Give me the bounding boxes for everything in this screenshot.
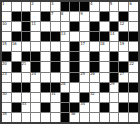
white-cell[interactable] [129, 42, 138, 51]
white-cell[interactable] [110, 103, 119, 112]
white-cell[interactable] [90, 113, 99, 122]
white-cell[interactable] [22, 73, 31, 82]
white-cell[interactable]: 27 [119, 73, 128, 82]
black-cell [90, 22, 99, 31]
clue-number: 17 [80, 42, 85, 46]
white-cell[interactable] [70, 32, 79, 41]
white-cell[interactable] [51, 42, 60, 51]
black-cell [61, 103, 70, 112]
black-cell [100, 83, 109, 92]
black-cell [22, 12, 31, 21]
white-cell[interactable]: 29 [110, 83, 119, 92]
white-cell[interactable] [61, 62, 70, 71]
white-cell[interactable]: 3 [51, 2, 60, 11]
clue-number: 28 [61, 82, 66, 86]
clue-number: 13 [61, 32, 66, 36]
black-cell [119, 103, 128, 112]
clue-number: 24 [31, 72, 36, 76]
white-cell[interactable]: 9 [80, 12, 89, 21]
white-cell[interactable]: 8 [61, 12, 70, 21]
clue-number: 15 [2, 42, 7, 46]
black-cell [41, 83, 50, 92]
white-cell[interactable]: 35 [2, 113, 11, 122]
black-cell [61, 2, 70, 11]
white-cell[interactable] [80, 113, 89, 122]
black-cell [12, 62, 21, 71]
white-cell[interactable] [110, 113, 119, 122]
clue-number: 16 [12, 42, 17, 46]
white-cell[interactable] [22, 42, 31, 51]
white-cell[interactable] [41, 62, 50, 71]
white-cell[interactable]: 32 [90, 93, 99, 102]
white-cell[interactable] [41, 113, 50, 122]
white-cell[interactable] [100, 2, 109, 11]
white-cell[interactable] [12, 73, 21, 82]
white-cell[interactable] [100, 22, 109, 31]
clue-number: 25 [80, 72, 85, 76]
black-cell [90, 32, 99, 41]
white-cell[interactable] [80, 22, 89, 31]
black-cell [61, 93, 70, 102]
white-cell[interactable] [51, 113, 60, 122]
clue-number: 8 [61, 12, 63, 16]
black-cell [110, 62, 119, 71]
black-cell [12, 12, 21, 21]
white-cell[interactable]: 36 [70, 113, 79, 122]
black-cell [90, 52, 99, 61]
clue-number: 12 [119, 22, 124, 26]
white-cell[interactable] [41, 73, 50, 82]
white-cell[interactable]: 24 [31, 73, 40, 82]
white-cell[interactable] [61, 22, 70, 31]
white-cell[interactable] [80, 83, 89, 92]
white-cell[interactable]: 11 [31, 22, 40, 31]
white-cell[interactable]: 22 [129, 62, 138, 71]
white-cell[interactable]: 26 [90, 73, 99, 82]
black-cell [100, 32, 109, 41]
white-cell[interactable] [41, 2, 50, 11]
white-cell[interactable] [31, 83, 40, 92]
white-cell[interactable] [41, 42, 50, 51]
black-cell [41, 103, 50, 112]
white-cell[interactable] [31, 103, 40, 112]
white-cell[interactable] [100, 52, 109, 61]
white-cell[interactable]: 30 [2, 93, 11, 102]
white-cell[interactable]: 28 [61, 83, 70, 92]
white-cell[interactable] [110, 12, 119, 21]
black-cell [22, 83, 31, 92]
clue-number: 19 [119, 42, 124, 46]
white-cell[interactable] [31, 12, 40, 21]
black-cell [12, 103, 21, 112]
white-cell[interactable] [110, 42, 119, 51]
black-cell [129, 83, 138, 92]
white-cell[interactable]: 7 [51, 12, 60, 21]
white-cell[interactable] [90, 103, 99, 112]
clue-number: 5 [110, 2, 112, 6]
white-cell[interactable]: 1 [2, 2, 11, 11]
clue-number: 34 [80, 102, 85, 106]
black-cell [110, 52, 119, 61]
white-cell[interactable]: 6 [129, 2, 138, 11]
black-cell [51, 32, 60, 41]
white-cell[interactable]: 17 [80, 42, 89, 51]
black-cell [129, 103, 138, 112]
clue-number: 3 [51, 2, 53, 6]
white-cell[interactable] [90, 42, 99, 51]
black-cell [51, 52, 60, 61]
clue-number: 31 [51, 92, 56, 96]
white-cell[interactable] [41, 22, 50, 31]
white-cell[interactable] [129, 73, 138, 82]
clue-number: 1 [2, 2, 4, 6]
clue-number: 18 [100, 42, 105, 46]
white-cell[interactable] [12, 93, 21, 102]
white-cell[interactable]: 34 [80, 103, 89, 112]
clue-number: 32 [90, 92, 95, 96]
white-cell[interactable] [31, 32, 40, 41]
black-cell [119, 32, 128, 41]
white-cell[interactable]: 4 [90, 2, 99, 11]
clue-number: 20 [2, 62, 7, 66]
white-cell[interactable]: 15 [2, 42, 11, 51]
black-cell [22, 22, 31, 31]
white-cell[interactable] [12, 22, 21, 31]
clue-number: 33 [22, 102, 27, 106]
white-cell[interactable] [51, 103, 60, 112]
clue-number: 22 [129, 62, 134, 66]
white-cell[interactable] [129, 93, 138, 102]
white-cell[interactable] [90, 12, 99, 21]
clue-number: 11 [31, 22, 36, 26]
white-cell[interactable] [61, 42, 70, 51]
white-cell[interactable] [119, 52, 128, 61]
white-cell[interactable] [2, 32, 11, 41]
black-cell [129, 32, 138, 41]
clue-number: 35 [2, 112, 7, 116]
black-cell [70, 2, 79, 11]
white-cell[interactable] [80, 52, 89, 61]
black-cell [41, 32, 50, 41]
white-cell[interactable] [12, 52, 21, 61]
black-cell [80, 2, 89, 11]
white-cell[interactable] [70, 83, 79, 92]
white-cell[interactable]: 25 [80, 73, 89, 82]
black-cell [12, 83, 21, 92]
clue-number: 26 [90, 72, 95, 76]
white-cell[interactable] [31, 93, 40, 102]
clue-number: 30 [2, 92, 7, 96]
white-cell[interactable] [100, 113, 109, 122]
white-cell[interactable]: 19 [119, 42, 128, 51]
white-cell[interactable]: 10 [2, 22, 11, 31]
clue-number: 9 [80, 12, 82, 16]
white-cell[interactable] [119, 113, 128, 122]
white-cell[interactable] [12, 2, 21, 11]
clue-number: 36 [70, 112, 75, 116]
white-cell[interactable]: 12 [119, 22, 128, 31]
black-cell [100, 103, 109, 112]
white-cell[interactable] [119, 93, 128, 102]
black-cell [119, 83, 128, 92]
white-cell[interactable] [129, 22, 138, 31]
white-cell[interactable] [51, 22, 60, 31]
white-cell[interactable] [12, 113, 21, 122]
white-cell[interactable] [61, 52, 70, 61]
black-cell [41, 12, 50, 21]
crossword-puzzle: 1234567891011121314151617181920212223242… [0, 0, 140, 124]
white-cell[interactable] [129, 12, 138, 21]
clue-number: 21 [22, 62, 27, 66]
black-cell [70, 42, 79, 51]
white-cell[interactable] [41, 52, 50, 61]
black-cell [22, 32, 31, 41]
white-cell[interactable] [51, 73, 60, 82]
black-cell [70, 52, 79, 61]
clue-number: 27 [119, 72, 124, 76]
white-cell[interactable] [31, 113, 40, 122]
white-cell[interactable]: 2 [31, 2, 40, 11]
black-cell [31, 52, 40, 61]
black-cell [61, 113, 70, 122]
clue-number: 10 [2, 22, 7, 26]
white-cell[interactable]: 18 [100, 42, 109, 51]
black-cell [12, 32, 21, 41]
white-cell[interactable]: 31 [51, 93, 60, 102]
black-cell [70, 62, 79, 71]
white-cell[interactable]: 23 [2, 73, 11, 82]
clue-number: 6 [129, 2, 131, 6]
clue-number: 7 [51, 12, 53, 16]
white-cell[interactable]: 33 [22, 103, 31, 112]
white-cell[interactable]: 13 [61, 32, 70, 41]
white-cell[interactable]: 21 [22, 62, 31, 71]
white-cell[interactable] [100, 93, 109, 102]
white-cell[interactable] [2, 12, 11, 21]
white-cell[interactable] [22, 2, 31, 11]
white-cell[interactable] [80, 32, 89, 41]
white-cell[interactable] [119, 2, 128, 11]
white-cell[interactable]: 16 [12, 42, 21, 51]
white-cell[interactable]: 5 [110, 2, 119, 11]
black-cell [51, 62, 60, 71]
clue-number: 23 [2, 72, 7, 76]
black-cell [70, 73, 79, 82]
white-cell[interactable] [100, 62, 109, 71]
clue-number: 14 [110, 32, 115, 36]
clue-number: 29 [110, 82, 115, 86]
white-cell[interactable] [70, 93, 79, 102]
black-cell [110, 22, 119, 31]
crossword-grid: 1234567891011121314151617181920212223242… [0, 0, 140, 124]
white-cell[interactable] [70, 12, 79, 21]
white-cell[interactable] [22, 113, 31, 122]
white-cell[interactable] [110, 93, 119, 102]
clue-number: 4 [90, 2, 92, 6]
black-cell [70, 22, 79, 31]
white-cell[interactable] [129, 113, 138, 122]
black-cell [100, 12, 109, 21]
white-cell[interactable] [41, 93, 50, 102]
clue-number: 2 [31, 2, 33, 6]
white-cell[interactable] [100, 73, 109, 82]
white-cell[interactable]: 14 [110, 32, 119, 41]
black-cell [119, 12, 128, 21]
white-cell[interactable] [31, 42, 40, 51]
